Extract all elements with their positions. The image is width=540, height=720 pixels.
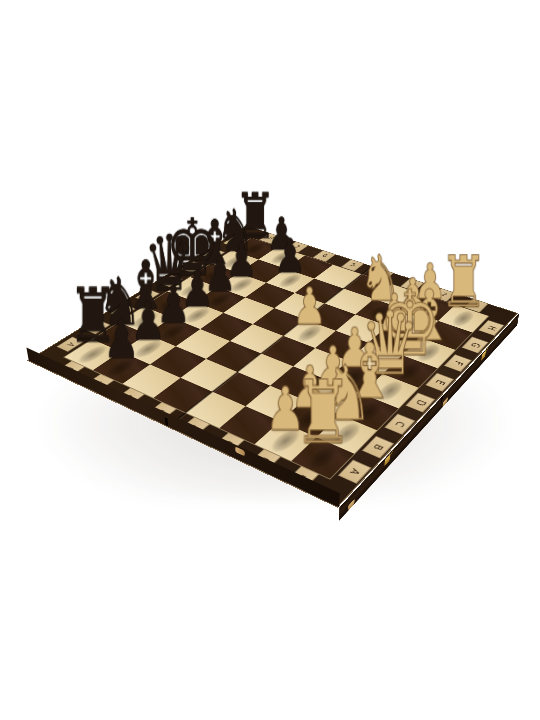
board-foot [442, 397, 448, 408]
product-photo-canvas: ♜︎♞︎♝︎♚︎♛︎♝︎♞︎♜︎♟︎♟︎♟︎♟︎♟︎♟︎♟︎♟︎♟︎♞︎♟︎♟︎… [0, 0, 540, 720]
piece-black-pawn-a7[interactable]: ♟︎ [81, 311, 162, 367]
board-foot [235, 446, 245, 456]
chess-board: ♜︎♞︎♝︎♚︎♛︎♝︎♞︎♜︎♟︎♟︎♟︎♟︎♟︎♟︎♟︎♟︎♟︎♞︎♟︎♟︎… [27, 225, 518, 507]
scene: ♜︎♞︎♝︎♚︎♛︎♝︎♞︎♜︎♟︎♟︎♟︎♟︎♟︎♟︎♟︎♟︎♟︎♞︎♟︎♟︎… [0, 0, 540, 720]
fold-notch [165, 417, 168, 426]
piece-white-rook-a1[interactable]: ♜︎ [277, 366, 369, 457]
board-foot [348, 499, 355, 512]
brass-clasp-icon [384, 454, 390, 466]
brass-clasp-icon [481, 351, 486, 361]
